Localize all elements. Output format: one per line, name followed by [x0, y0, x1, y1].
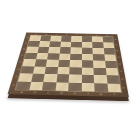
coord-file-b: b: [34, 91, 37, 93]
coord-rank-8: 8: [26, 37, 28, 38]
coord-rank-2: 2: [15, 76, 18, 78]
coord-file-a: a: [35, 33, 37, 34]
coord-rank-6: 6: [116, 50, 118, 52]
coord-rank-5: 5: [118, 57, 120, 59]
coord-file-f: f: [86, 34, 87, 35]
square-h1: [107, 83, 121, 92]
coord-file-h: h: [106, 35, 108, 36]
coord-rank-5: 5: [21, 55, 23, 57]
coord-file-d: d: [60, 92, 62, 94]
coord-file-a: a: [20, 91, 23, 93]
square-e1: [68, 82, 81, 91]
coord-rank-3: 3: [17, 69, 20, 71]
coord-rank-2: 2: [121, 78, 123, 80]
coord-file-g: g: [96, 34, 98, 35]
coord-file-c: c: [56, 34, 58, 35]
coord-rank-3: 3: [120, 71, 122, 73]
square-g1: [94, 83, 108, 92]
coord-file-g: g: [100, 93, 102, 95]
square-f1: [81, 83, 94, 92]
coord-rank-4: 4: [19, 61, 21, 63]
coord-file-h: h: [113, 93, 116, 95]
coord-rank-4: 4: [119, 64, 121, 66]
chessboard: abcdefgh abcdefgh 87654321 87654321: [8, 33, 129, 97]
board-grid: [16, 35, 121, 92]
coord-file-e: e: [76, 34, 78, 35]
square-c1: [42, 82, 56, 91]
coord-rank-6: 6: [23, 49, 25, 51]
coord-file-e: e: [74, 92, 76, 94]
coord-rank-7: 7: [25, 43, 27, 45]
square-d1: [55, 82, 69, 91]
board-tilt-wrapper: abcdefgh abcdefgh 87654321 87654321: [8, 33, 129, 97]
coord-rank-7: 7: [115, 44, 117, 46]
coord-rank-8: 8: [115, 39, 117, 40]
coord-rank-1: 1: [122, 87, 125, 89]
coord-file-c: c: [47, 92, 49, 94]
coord-file-b: b: [45, 34, 47, 35]
coord-rank-1: 1: [12, 84, 15, 86]
square-d2: [56, 74, 69, 82]
coord-file-f: f: [87, 92, 88, 94]
square-e2: [69, 74, 82, 82]
coord-file-d: d: [66, 34, 68, 35]
chessboard-product-photo: abcdefgh abcdefgh 87654321 87654321: [0, 0, 140, 140]
